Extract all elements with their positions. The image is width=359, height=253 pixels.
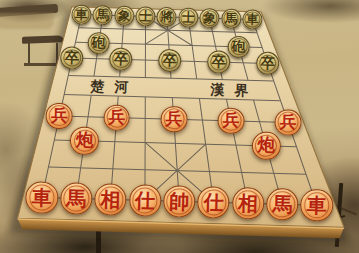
piece-black-cannon[interactable]: 砲 (87, 32, 109, 54)
piece-red-soldier[interactable]: 兵 (274, 109, 302, 137)
piece-red-horse[interactable]: 馬 (60, 182, 93, 215)
piece-black-advisor[interactable]: 士 (135, 6, 156, 27)
piece-red-chariot[interactable]: 車 (300, 189, 333, 222)
piece-black-cannon[interactable]: 砲 (228, 36, 250, 58)
piece-red-cannon[interactable]: 炮 (252, 131, 281, 160)
piece-glyph: 象 (118, 9, 131, 22)
piece-black-horse[interactable]: 馬 (221, 8, 242, 29)
piece-glyph: 相 (100, 189, 121, 210)
piece-glyph: 馬 (66, 188, 87, 209)
piece-glyph: 卒 (260, 56, 275, 71)
piece-glyph: 帥 (169, 191, 190, 212)
piece-glyph: 馬 (96, 9, 109, 22)
piece-glyph: 士 (182, 11, 195, 24)
piece-black-chariot[interactable]: 車 (242, 9, 263, 30)
piece-glyph: 車 (32, 187, 53, 208)
piece-red-advisor[interactable]: 仕 (128, 184, 161, 217)
xiangqi-scene: 楚河 漢界 車馬象士將士象馬車砲砲卒卒卒卒卒兵兵兵兵兵炮炮車馬相仕帥仕相馬車 (0, 0, 359, 253)
piece-black-soldier[interactable]: 卒 (109, 48, 133, 72)
piece-black-chariot[interactable]: 車 (71, 4, 92, 25)
piece-glyph: 士 (139, 10, 152, 23)
piece-glyph: 車 (246, 13, 259, 26)
piece-glyph: 車 (75, 8, 88, 21)
piece-glyph: 馬 (225, 12, 238, 25)
piece-red-soldier[interactable]: 兵 (103, 104, 131, 132)
piece-glyph: 車 (306, 195, 327, 216)
piece-red-cannon[interactable]: 炮 (70, 126, 99, 155)
piece-glyph: 卒 (114, 52, 129, 67)
piece-glyph: 卒 (211, 55, 226, 70)
piece-black-soldier[interactable]: 卒 (158, 49, 182, 73)
piece-glyph: 象 (203, 12, 216, 25)
piece-black-horse[interactable]: 馬 (92, 5, 113, 26)
piece-glyph: 兵 (108, 109, 125, 126)
piece-black-advisor[interactable]: 士 (178, 7, 199, 28)
piece-red-soldier[interactable]: 兵 (46, 102, 74, 130)
piece-black-elephant[interactable]: 象 (114, 5, 135, 26)
piece-glyph: 兵 (51, 107, 68, 124)
piece-black-soldier[interactable]: 卒 (207, 50, 231, 74)
piece-glyph: 仕 (135, 190, 156, 211)
piece-glyph: 仕 (203, 192, 224, 213)
piece-black-elephant[interactable]: 象 (199, 8, 220, 29)
piece-glyph: 炮 (257, 137, 275, 155)
piece-glyph: 將 (160, 11, 173, 24)
piece-glyph: 卒 (162, 53, 177, 68)
piece-glyph: 相 (238, 193, 259, 214)
piece-red-soldier[interactable]: 兵 (217, 107, 245, 135)
piece-black-soldier[interactable]: 卒 (60, 46, 84, 70)
piece-red-elephant[interactable]: 相 (231, 187, 264, 220)
piece-black-soldier[interactable]: 卒 (256, 52, 280, 76)
piece-glyph: 卒 (65, 51, 80, 66)
piece-red-soldier[interactable]: 兵 (160, 105, 188, 133)
piece-red-elephant[interactable]: 相 (94, 183, 127, 216)
board-layer: 楚河 漢界 車馬象士將士象馬車砲砲卒卒卒卒卒兵兵兵兵兵炮炮車馬相仕帥仕相馬車 (0, 0, 359, 253)
piece-glyph: 兵 (165, 111, 182, 128)
piece-red-general[interactable]: 帥 (163, 185, 196, 218)
piece-black-general[interactable]: 將 (157, 7, 178, 28)
pieces-layer: 車馬象士將士象馬車砲砲卒卒卒卒卒兵兵兵兵兵炮炮車馬相仕帥仕相馬車 (0, 0, 359, 253)
piece-red-chariot[interactable]: 車 (25, 181, 58, 214)
piece-red-advisor[interactable]: 仕 (197, 186, 230, 219)
piece-glyph: 馬 (272, 194, 293, 215)
piece-glyph: 砲 (92, 36, 106, 50)
piece-red-horse[interactable]: 馬 (266, 188, 299, 221)
piece-glyph: 炮 (76, 132, 94, 150)
piece-glyph: 砲 (232, 40, 246, 54)
piece-glyph: 兵 (280, 114, 297, 131)
piece-glyph: 兵 (222, 112, 239, 129)
